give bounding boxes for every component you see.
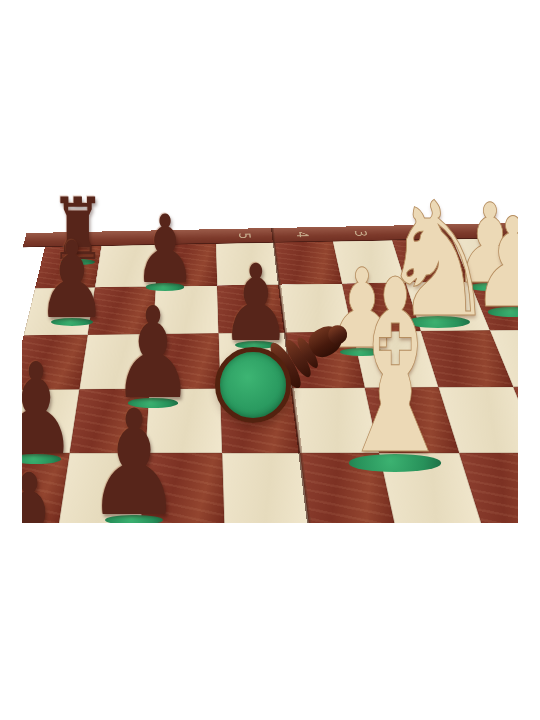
rail-coordinate-label: 5 [235, 230, 253, 242]
rail-coordinate-label: 4 [292, 229, 311, 241]
fallen-king-felt-base [215, 347, 291, 423]
chess-set-photo: 543 ♜♟♟♟♟♟♟♟♞♟♟♟♝ [22, 190, 518, 523]
black-pawn-c8[interactable]: ♟ [22, 456, 92, 523]
page-background: 543 ♜♟♟♟♟♟♟♟♞♟♟♟♝ [0, 0, 540, 720]
white-bishop-d4[interactable]: ♝ [293, 259, 497, 487]
